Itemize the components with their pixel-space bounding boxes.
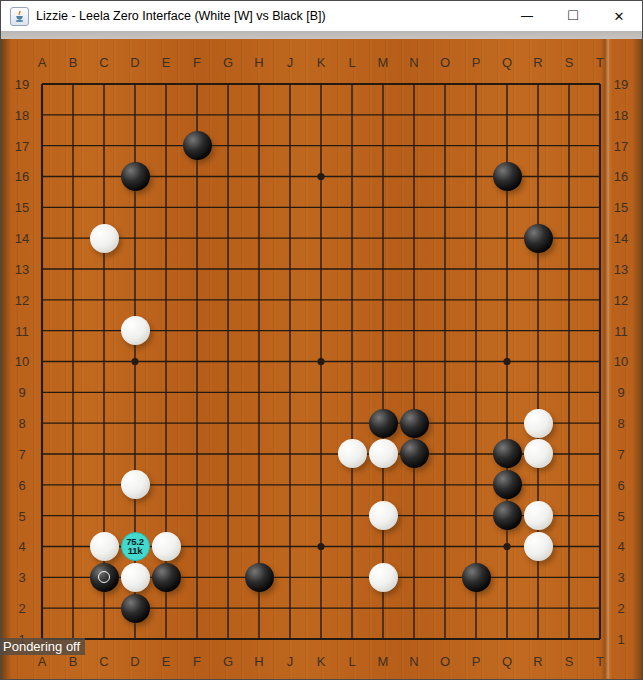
row-label-right-10: 10 <box>614 354 628 369</box>
board-left-edge <box>1 39 11 680</box>
row-label-right-6: 6 <box>617 477 624 492</box>
col-label-bottom-Q: Q <box>502 654 512 669</box>
stone-white-M7 <box>369 439 398 468</box>
stone-black-F17 <box>183 131 212 160</box>
row-label-left-5: 5 <box>18 508 25 523</box>
col-label-bottom-F: F <box>193 654 201 669</box>
row-label-right-15: 15 <box>614 200 628 215</box>
stone-black-M8 <box>369 409 398 438</box>
pondering-status: Pondering off <box>1 638 85 655</box>
col-label-top-P: P <box>472 55 481 70</box>
col-label-bottom-J: J <box>287 654 294 669</box>
row-label-left-3: 3 <box>18 570 25 585</box>
col-label-bottom-N: N <box>409 654 418 669</box>
col-label-bottom-L: L <box>348 654 355 669</box>
stone-black-R14 <box>524 224 553 253</box>
window-title: Lizzie - Leela Zero Interface (White [W]… <box>36 9 326 23</box>
stone-black-P3 <box>462 563 491 592</box>
col-label-bottom-E: E <box>162 654 171 669</box>
row-label-right-16: 16 <box>614 169 628 184</box>
row-label-right-14: 14 <box>614 231 628 246</box>
stone-white-C4 <box>90 532 119 561</box>
row-label-right-11: 11 <box>614 323 628 338</box>
row-label-right-12: 12 <box>614 292 628 307</box>
row-label-right-3: 3 <box>617 570 624 585</box>
row-label-left-6: 6 <box>18 477 25 492</box>
board-right-edge <box>632 39 643 680</box>
col-label-top-S: S <box>565 55 574 70</box>
col-label-bottom-B: B <box>69 654 78 669</box>
title-bar[interactable]: Lizzie - Leela Zero Interface (White [W]… <box>1 1 642 31</box>
col-label-bottom-K: K <box>317 654 326 669</box>
suggested-move-D4[interactable]: 75.211k <box>121 532 150 561</box>
row-label-right-5: 5 <box>617 508 624 523</box>
col-label-bottom-P: P <box>472 654 481 669</box>
stone-white-E4 <box>152 532 181 561</box>
stone-white-D6 <box>121 470 150 499</box>
col-label-top-M: M <box>378 55 389 70</box>
stone-black-Q5 <box>493 501 522 530</box>
lizzie-window: Lizzie - Leela Zero Interface (White [W]… <box>0 0 643 680</box>
col-label-top-C: C <box>99 55 108 70</box>
col-label-bottom-S: S <box>565 654 574 669</box>
stone-black-D2 <box>121 594 150 623</box>
row-label-right-7: 7 <box>617 446 624 461</box>
row-label-left-9: 9 <box>18 385 25 400</box>
stone-black-Q16 <box>493 162 522 191</box>
row-label-left-8: 8 <box>18 416 25 431</box>
col-label-top-J: J <box>287 55 294 70</box>
row-label-right-9: 9 <box>617 385 624 400</box>
stone-white-C14 <box>90 224 119 253</box>
row-label-right-19: 19 <box>614 77 628 92</box>
stone-white-R8 <box>524 409 553 438</box>
row-label-right-1: 1 <box>617 631 624 646</box>
row-label-right-8: 8 <box>617 416 624 431</box>
row-label-left-4: 4 <box>18 539 25 554</box>
stone-white-L7 <box>338 439 367 468</box>
go-board[interactable]: 75.211k <box>27 69 616 655</box>
stone-white-D3 <box>121 563 150 592</box>
row-label-right-4: 4 <box>617 539 624 554</box>
col-label-bottom-M: M <box>378 654 389 669</box>
goban[interactable]: AABBCCDDEEFFGGHHJJKKLLMMNNOOPPQQRRSSTT19… <box>1 39 643 680</box>
col-label-top-G: G <box>223 55 233 70</box>
col-label-top-E: E <box>162 55 171 70</box>
stone-white-R7 <box>524 439 553 468</box>
col-label-top-K: K <box>317 55 326 70</box>
col-label-top-F: F <box>193 55 201 70</box>
maximize-button[interactable]: □ <box>550 1 596 31</box>
stone-white-R5 <box>524 501 553 530</box>
col-label-top-A: A <box>38 55 47 70</box>
last-move-marker <box>98 571 110 583</box>
board-right-seam <box>601 39 611 680</box>
stone-black-N7 <box>400 439 429 468</box>
window-controls: — □ ✕ <box>504 1 642 31</box>
stone-black-H3 <box>245 563 274 592</box>
col-label-bottom-O: O <box>440 654 450 669</box>
suggestion-playouts: 11k <box>128 546 143 556</box>
row-label-right-13: 13 <box>614 261 628 276</box>
stone-black-Q6 <box>493 470 522 499</box>
row-label-right-17: 17 <box>614 138 628 153</box>
stone-white-D11 <box>121 316 150 345</box>
col-label-top-N: N <box>409 55 418 70</box>
stone-black-C3 <box>90 563 119 592</box>
row-label-left-2: 2 <box>18 601 25 616</box>
stone-black-Q7 <box>493 439 522 468</box>
close-button[interactable]: ✕ <box>596 1 642 31</box>
col-label-bottom-H: H <box>254 654 263 669</box>
col-label-top-Q: Q <box>502 55 512 70</box>
java-coffee-icon <box>10 7 29 26</box>
stone-white-M3 <box>369 563 398 592</box>
stone-black-D16 <box>121 162 150 191</box>
col-label-bottom-R: R <box>533 654 542 669</box>
col-label-bottom-G: G <box>223 654 233 669</box>
minimize-button[interactable]: — <box>504 1 550 31</box>
col-label-top-L: L <box>348 55 355 70</box>
col-label-top-O: O <box>440 55 450 70</box>
window-edge-strip <box>1 31 642 39</box>
row-label-right-2: 2 <box>617 601 624 616</box>
col-label-top-D: D <box>130 55 139 70</box>
row-label-left-7: 7 <box>18 446 25 461</box>
col-label-top-H: H <box>254 55 263 70</box>
col-label-top-B: B <box>69 55 78 70</box>
col-label-top-R: R <box>533 55 542 70</box>
row-label-right-18: 18 <box>614 107 628 122</box>
col-label-bottom-D: D <box>130 654 139 669</box>
col-label-bottom-C: C <box>99 654 108 669</box>
stone-black-N8 <box>400 409 429 438</box>
stone-white-M5 <box>369 501 398 530</box>
stone-black-E3 <box>152 563 181 592</box>
col-label-bottom-A: A <box>38 654 47 669</box>
stone-white-R4 <box>524 532 553 561</box>
